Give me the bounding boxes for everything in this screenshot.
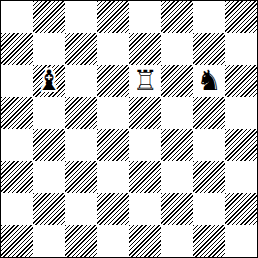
square-a5[interactable]: [1, 97, 33, 129]
square-h1[interactable]: [225, 225, 257, 257]
square-c4[interactable]: [65, 129, 97, 161]
square-b8[interactable]: [33, 1, 65, 33]
square-e5[interactable]: [129, 97, 161, 129]
square-f2[interactable]: [161, 193, 193, 225]
square-f3[interactable]: [161, 161, 193, 193]
chess-board: ♝♖♞: [1, 1, 257, 257]
square-a3[interactable]: [1, 161, 33, 193]
square-a2[interactable]: [1, 193, 33, 225]
square-h6[interactable]: [225, 65, 257, 97]
square-h4[interactable]: [225, 129, 257, 161]
square-g5[interactable]: [193, 97, 225, 129]
square-a6[interactable]: [1, 65, 33, 97]
square-f4[interactable]: [161, 129, 193, 161]
square-c6[interactable]: [65, 65, 97, 97]
square-f7[interactable]: [161, 33, 193, 65]
square-g2[interactable]: [193, 193, 225, 225]
square-b1[interactable]: [33, 225, 65, 257]
square-c8[interactable]: [65, 1, 97, 33]
square-d4[interactable]: [97, 129, 129, 161]
square-g8[interactable]: [193, 1, 225, 33]
square-h8[interactable]: [225, 1, 257, 33]
square-e8[interactable]: [129, 1, 161, 33]
square-e6[interactable]: ♖: [129, 65, 161, 97]
square-a1[interactable]: [1, 225, 33, 257]
square-e1[interactable]: [129, 225, 161, 257]
square-f6[interactable]: [161, 65, 193, 97]
square-f5[interactable]: [161, 97, 193, 129]
black-knight-piece: ♞: [196, 65, 221, 97]
square-a7[interactable]: [1, 33, 33, 65]
square-d3[interactable]: [97, 161, 129, 193]
square-b5[interactable]: [33, 97, 65, 129]
square-a4[interactable]: [1, 129, 33, 161]
square-c7[interactable]: [65, 33, 97, 65]
square-c5[interactable]: [65, 97, 97, 129]
square-d2[interactable]: [97, 193, 129, 225]
square-g4[interactable]: [193, 129, 225, 161]
square-g6[interactable]: ♞: [193, 65, 225, 97]
square-b7[interactable]: [33, 33, 65, 65]
square-h7[interactable]: [225, 33, 257, 65]
square-d8[interactable]: [97, 1, 129, 33]
square-g7[interactable]: [193, 33, 225, 65]
square-c2[interactable]: [65, 193, 97, 225]
square-c3[interactable]: [65, 161, 97, 193]
square-e4[interactable]: [129, 129, 161, 161]
square-d1[interactable]: [97, 225, 129, 257]
white-rook-piece: ♖: [132, 65, 157, 97]
square-h2[interactable]: [225, 193, 257, 225]
black-bishop-piece: ♝: [36, 65, 61, 97]
chess-diagram-frame: ♝♖♞: [0, 0, 258, 258]
square-c1[interactable]: [65, 225, 97, 257]
square-e3[interactable]: [129, 161, 161, 193]
square-e2[interactable]: [129, 193, 161, 225]
square-f1[interactable]: [161, 225, 193, 257]
square-h3[interactable]: [225, 161, 257, 193]
square-a8[interactable]: [1, 1, 33, 33]
square-b4[interactable]: [33, 129, 65, 161]
square-g3[interactable]: [193, 161, 225, 193]
square-d6[interactable]: [97, 65, 129, 97]
square-b3[interactable]: [33, 161, 65, 193]
square-e7[interactable]: [129, 33, 161, 65]
square-h5[interactable]: [225, 97, 257, 129]
square-d7[interactable]: [97, 33, 129, 65]
square-d5[interactable]: [97, 97, 129, 129]
square-b2[interactable]: [33, 193, 65, 225]
square-b6[interactable]: ♝: [33, 65, 65, 97]
square-g1[interactable]: [193, 225, 225, 257]
square-f8[interactable]: [161, 1, 193, 33]
